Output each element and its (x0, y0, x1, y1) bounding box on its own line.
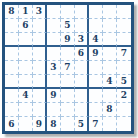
cell-r3c5[interactable]: 9 (61, 33, 75, 47)
cell-r8c2[interactable] (19, 103, 33, 117)
cell-r9c4[interactable]: 8 (47, 117, 61, 131)
cell-r2c2[interactable]: 6 (19, 19, 33, 33)
cell-r9c8[interactable] (103, 117, 117, 131)
sudoku-board: 813659346973745492869857 (2, 2, 134, 134)
cell-r4c4[interactable] (47, 47, 61, 61)
cell-r2c3[interactable] (33, 19, 47, 33)
cell-r3c8[interactable] (103, 33, 117, 47)
cell-r8c3[interactable] (33, 103, 47, 117)
cell-r2c8[interactable] (103, 19, 117, 33)
cell-r1c9[interactable] (117, 5, 131, 19)
cell-r8c4[interactable] (47, 103, 61, 117)
cell-r8c7[interactable] (89, 103, 103, 117)
cell-r5c9[interactable] (117, 61, 131, 75)
cell-r6c8[interactable]: 4 (103, 75, 117, 89)
cell-r6c4[interactable] (47, 75, 61, 89)
cell-r2c6[interactable] (75, 19, 89, 33)
cell-r7c3[interactable] (33, 89, 47, 103)
cell-r8c1[interactable] (5, 103, 19, 117)
sudoku-grid: 813659346973745492869857 (5, 5, 131, 131)
cell-r3c3[interactable] (33, 33, 47, 47)
cell-r3c2[interactable] (19, 33, 33, 47)
cell-r5c8[interactable] (103, 61, 117, 75)
cell-r2c5[interactable]: 5 (61, 19, 75, 33)
cell-r4c7[interactable]: 9 (89, 47, 103, 61)
cell-r6c6[interactable] (75, 75, 89, 89)
cell-r5c6[interactable] (75, 61, 89, 75)
cell-r9c5[interactable] (61, 117, 75, 131)
cell-r3c4[interactable] (47, 33, 61, 47)
cell-r8c5[interactable] (61, 103, 75, 117)
cell-r4c2[interactable] (19, 47, 33, 61)
cell-r5c1[interactable] (5, 61, 19, 75)
cell-r7c2[interactable]: 4 (19, 89, 33, 103)
cell-r6c3[interactable] (33, 75, 47, 89)
sudoku-page: 813659346973745492869857 (0, 0, 138, 138)
cell-r1c5[interactable] (61, 5, 75, 19)
cell-r6c9[interactable]: 5 (117, 75, 131, 89)
cell-r1c1[interactable]: 8 (5, 5, 19, 19)
cell-r4c6[interactable]: 6 (75, 47, 89, 61)
cell-r6c7[interactable] (89, 75, 103, 89)
cell-r9c7[interactable]: 7 (89, 117, 103, 131)
cell-r7c8[interactable] (103, 89, 117, 103)
cell-r3c9[interactable] (117, 33, 131, 47)
cell-r4c9[interactable]: 7 (117, 47, 131, 61)
cell-r4c5[interactable] (61, 47, 75, 61)
cell-r1c3[interactable]: 3 (33, 5, 47, 19)
cell-r9c1[interactable]: 6 (5, 117, 19, 131)
cell-r7c9[interactable]: 2 (117, 89, 131, 103)
cell-r1c2[interactable]: 1 (19, 5, 33, 19)
cell-r7c7[interactable] (89, 89, 103, 103)
cell-r2c9[interactable] (117, 19, 131, 33)
cell-r5c7[interactable] (89, 61, 103, 75)
cell-r7c5[interactable] (61, 89, 75, 103)
cell-r4c3[interactable] (33, 47, 47, 61)
cell-r2c1[interactable] (5, 19, 19, 33)
cell-r3c7[interactable]: 4 (89, 33, 103, 47)
cell-r6c1[interactable] (5, 75, 19, 89)
cell-r9c9[interactable] (117, 117, 131, 131)
cell-r8c6[interactable] (75, 103, 89, 117)
cell-r1c8[interactable] (103, 5, 117, 19)
cell-r1c4[interactable] (47, 5, 61, 19)
cell-r7c6[interactable] (75, 89, 89, 103)
cell-r5c3[interactable] (33, 61, 47, 75)
cell-r7c1[interactable] (5, 89, 19, 103)
cell-r9c6[interactable]: 5 (75, 117, 89, 131)
cell-r7c4[interactable]: 9 (47, 89, 61, 103)
cell-r5c5[interactable]: 7 (61, 61, 75, 75)
cell-r5c4[interactable]: 3 (47, 61, 61, 75)
cell-r6c5[interactable] (61, 75, 75, 89)
cell-r3c1[interactable] (5, 33, 19, 47)
cell-r4c1[interactable] (5, 47, 19, 61)
cell-r1c6[interactable] (75, 5, 89, 19)
cell-r5c2[interactable] (19, 61, 33, 75)
cell-r9c2[interactable] (19, 117, 33, 131)
cell-r8c8[interactable]: 8 (103, 103, 117, 117)
cell-r3c6[interactable]: 3 (75, 33, 89, 47)
cell-r6c2[interactable] (19, 75, 33, 89)
cell-r2c4[interactable] (47, 19, 61, 33)
cell-r8c9[interactable] (117, 103, 131, 117)
cell-r2c7[interactable] (89, 19, 103, 33)
cell-r9c3[interactable]: 9 (33, 117, 47, 131)
cell-r1c7[interactable] (89, 5, 103, 19)
cell-r4c8[interactable] (103, 47, 117, 61)
